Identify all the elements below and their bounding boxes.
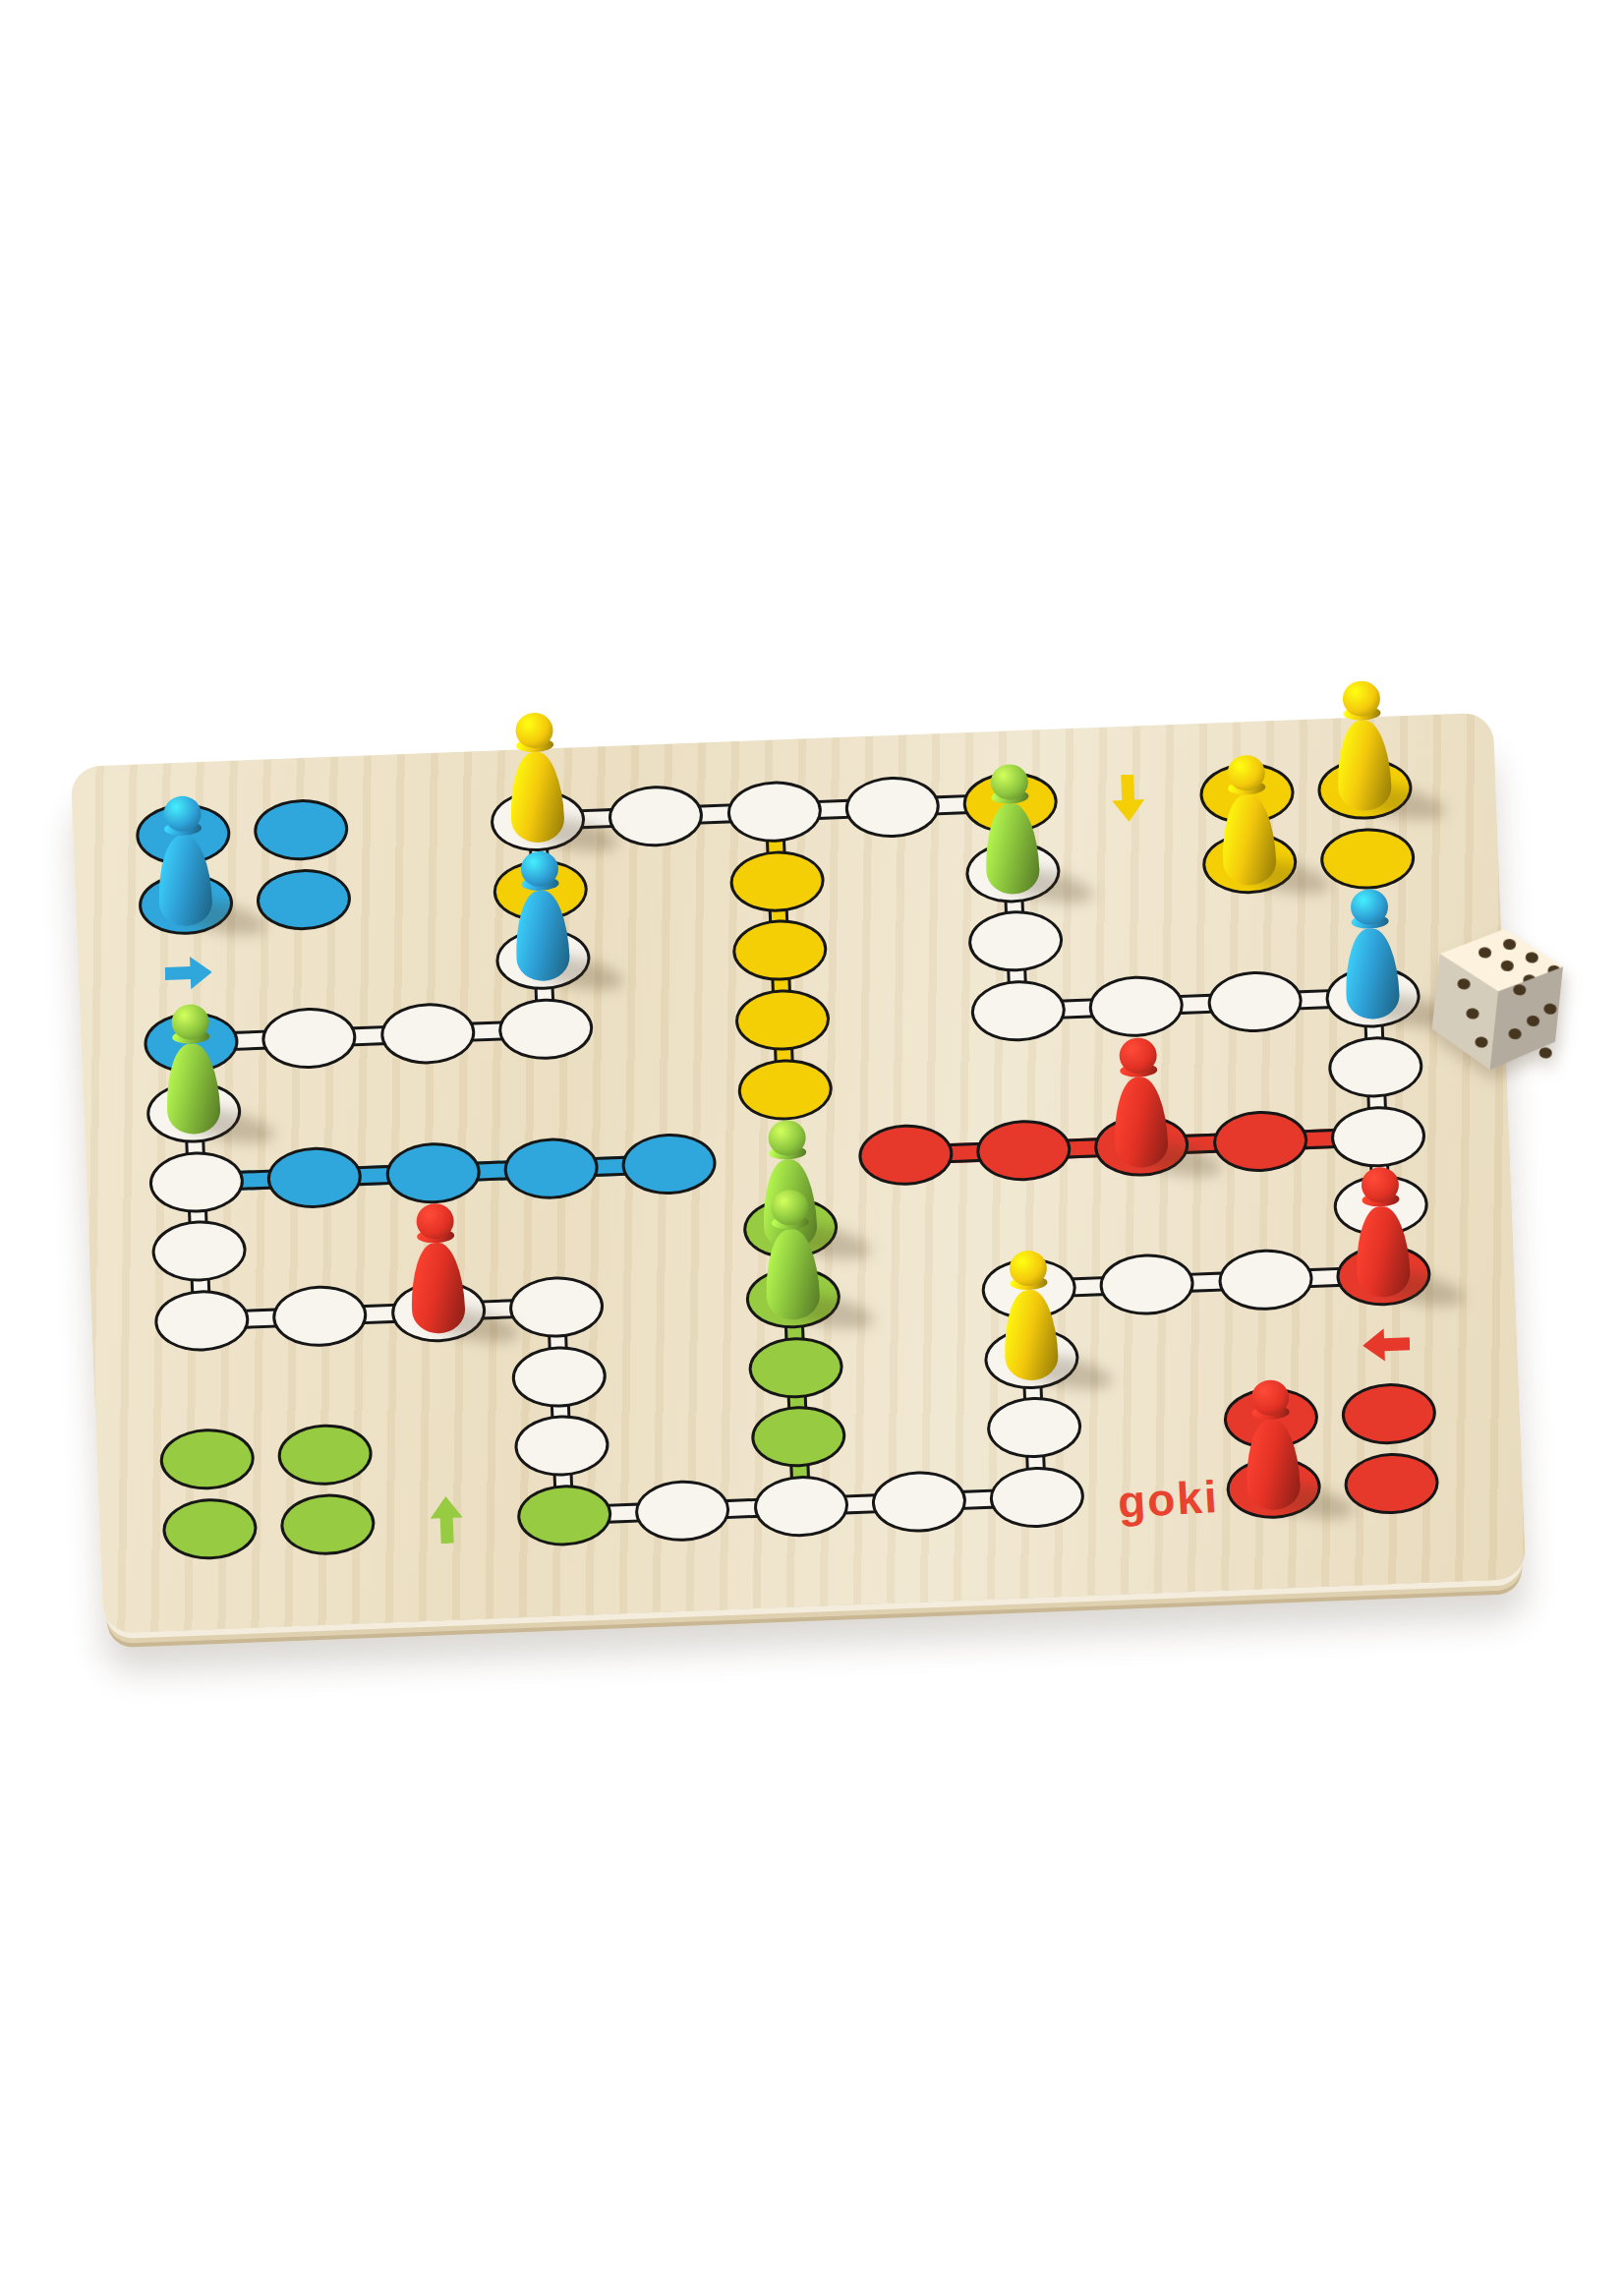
cell-c10r4-white[interactable] bbox=[1206, 969, 1303, 1034]
cell-c9r4-white[interactable] bbox=[1088, 974, 1185, 1039]
goki-logo: goki bbox=[1117, 1470, 1220, 1529]
product-photo-stage: { "game": "Ludo (goki wooden board game,… bbox=[0, 0, 1624, 2274]
cell-c10r8-white[interactable] bbox=[1217, 1248, 1313, 1312]
cell-c4r11-green[interactable] bbox=[516, 1484, 612, 1548]
cell-c2r6-blue[interactable] bbox=[266, 1145, 363, 1210]
pawn-yellow-3[interactable] bbox=[1214, 754, 1282, 886]
cell-c6r2-yellow[interactable] bbox=[728, 848, 825, 913]
pawn-body bbox=[1220, 793, 1276, 886]
pawn-body bbox=[508, 751, 564, 844]
home-cell-c2r11-green[interactable] bbox=[280, 1492, 377, 1557]
pawn-red-3[interactable] bbox=[1348, 1166, 1416, 1298]
pawn-blue-3[interactable] bbox=[1337, 888, 1405, 1020]
cell-c4r10-white[interactable] bbox=[513, 1414, 609, 1479]
cell-c8r4-white[interactable] bbox=[970, 979, 1067, 1044]
green-start-arrow-up-icon bbox=[428, 1495, 465, 1544]
cell-c11r5-white[interactable] bbox=[1327, 1034, 1423, 1099]
pawn-body bbox=[514, 890, 570, 982]
cell-c2r8-white[interactable] bbox=[271, 1284, 368, 1349]
pawn-body bbox=[984, 802, 1040, 895]
pawn-body bbox=[1003, 1289, 1059, 1381]
red-start-arrow-left-icon bbox=[1362, 1326, 1410, 1364]
die-pip bbox=[1538, 1046, 1552, 1058]
cell-c8r10-white[interactable] bbox=[986, 1395, 1082, 1460]
cell-c8r6-red[interactable] bbox=[975, 1118, 1072, 1183]
cell-c7r11-white[interactable] bbox=[871, 1470, 967, 1535]
home-cell-c1r10-green[interactable] bbox=[159, 1428, 256, 1492]
cell-c1r7-white[interactable] bbox=[150, 1219, 247, 1284]
cell-c7r6-red[interactable] bbox=[857, 1122, 954, 1187]
pawn-yellow-1[interactable] bbox=[502, 712, 570, 844]
pawn-body bbox=[156, 834, 212, 926]
cell-c4r4-white[interactable] bbox=[497, 997, 594, 1062]
cell-c10r6-red[interactable] bbox=[1212, 1109, 1308, 1174]
cell-c4r9-white[interactable] bbox=[511, 1344, 608, 1409]
die[interactable] bbox=[1416, 915, 1579, 1087]
home-cell-c11r11-red[interactable] bbox=[1343, 1451, 1439, 1516]
pawn-blue-1[interactable] bbox=[150, 794, 218, 926]
home-cell-c2r2-blue[interactable] bbox=[256, 867, 352, 932]
yellow-start-arrow-down-icon bbox=[1110, 774, 1147, 822]
cell-c1r6-white[interactable] bbox=[148, 1149, 245, 1214]
cell-c6r5-yellow[interactable] bbox=[736, 1057, 833, 1122]
cell-c7r1-white[interactable] bbox=[843, 775, 940, 840]
cell-c2r4-white[interactable] bbox=[261, 1006, 358, 1071]
pawn-body bbox=[1355, 1205, 1411, 1298]
pawn-body bbox=[165, 1042, 221, 1135]
cell-c6r1-white[interactable] bbox=[725, 780, 822, 845]
home-cell-c2r10-green[interactable] bbox=[277, 1423, 374, 1487]
cell-c6r11-white[interactable] bbox=[752, 1474, 848, 1539]
cell-c11r6-white[interactable] bbox=[1330, 1104, 1426, 1169]
home-cell-c1r11-green[interactable] bbox=[161, 1496, 258, 1561]
home-cell-c11r2-yellow[interactable] bbox=[1319, 826, 1416, 891]
pawn-green-1[interactable] bbox=[977, 763, 1045, 895]
pawn-green-2[interactable] bbox=[158, 1003, 226, 1135]
cell-c5r1-white[interactable] bbox=[608, 784, 704, 848]
pawn-yellow-4[interactable] bbox=[996, 1249, 1064, 1380]
pawn-body bbox=[1336, 720, 1392, 812]
cell-c6r3-yellow[interactable] bbox=[731, 918, 828, 983]
cell-c8r3-white[interactable] bbox=[967, 909, 1064, 974]
cell-c6r10-green[interactable] bbox=[750, 1405, 846, 1470]
cell-c8r11-white[interactable] bbox=[989, 1465, 1085, 1530]
pawn-body bbox=[1245, 1419, 1301, 1511]
cell-c4r6-blue[interactable] bbox=[502, 1136, 599, 1200]
pawn-body bbox=[764, 1228, 820, 1320]
pawn-red-4[interactable] bbox=[1238, 1379, 1305, 1511]
blue-start-arrow-right-icon bbox=[164, 955, 212, 992]
cell-c5r6-blue[interactable] bbox=[621, 1132, 718, 1196]
home-cell-c2r1-blue[interactable] bbox=[253, 797, 349, 862]
pawn-body bbox=[1344, 928, 1400, 1020]
ludo-board: goki bbox=[71, 713, 1527, 1634]
cell-c4r8-white[interactable] bbox=[508, 1275, 605, 1340]
cell-c6r4-yellow[interactable] bbox=[733, 988, 830, 1053]
pawn-green-4[interactable] bbox=[757, 1189, 825, 1320]
pawn-red-1[interactable] bbox=[403, 1202, 471, 1334]
pawn-body bbox=[1113, 1076, 1169, 1168]
pawn-yellow-2[interactable] bbox=[1329, 679, 1397, 811]
home-cell-c11r10-red[interactable] bbox=[1341, 1382, 1437, 1447]
cell-c5r11-white[interactable] bbox=[634, 1479, 730, 1544]
cell-c6r9-green[interactable] bbox=[747, 1335, 843, 1400]
pawn-blue-2[interactable] bbox=[507, 850, 575, 982]
cell-c3r4-white[interactable] bbox=[379, 1002, 476, 1067]
pawn-body bbox=[409, 1242, 465, 1334]
pawn-red-2[interactable] bbox=[1106, 1036, 1174, 1168]
cell-c9r8-white[interactable] bbox=[1099, 1253, 1195, 1317]
cell-c1r8-white[interactable] bbox=[153, 1288, 250, 1353]
cell-c3r6-blue[interactable] bbox=[384, 1140, 481, 1205]
